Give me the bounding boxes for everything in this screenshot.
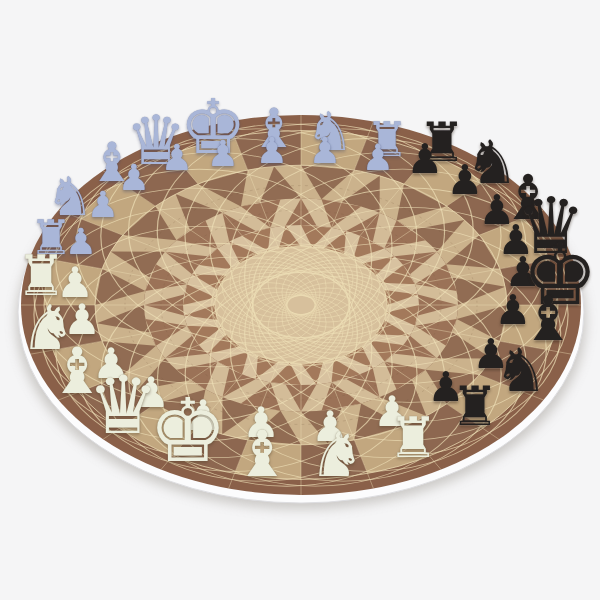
black-pawn[interactable]: ♟	[407, 139, 444, 180]
blue-pawn[interactable]: ♟	[309, 133, 341, 169]
blue-pawn[interactable]: ♟	[65, 224, 97, 260]
blue-pawn[interactable]: ♟	[118, 160, 150, 196]
black-rook[interactable]: ♜	[451, 380, 499, 434]
white-bishop[interactable]: ♝	[233, 422, 290, 486]
black-knight[interactable]: ♞	[494, 340, 548, 400]
blue-pawn[interactable]: ♟	[256, 133, 288, 169]
white-rook[interactable]: ♜	[388, 410, 438, 466]
blue-pawn[interactable]: ♟	[362, 140, 394, 176]
scene: ♝♞♚♜♜♛♟♟♟♟♟♟♝♞♟♟♞♟♝♟♛♜♟♟♟♜♟♚♟♟♝♞♟♟♞♝♟♟♜♟…	[0, 0, 600, 600]
white-king[interactable]: ♚	[149, 387, 228, 475]
pieces-layer: ♝♞♚♜♜♛♟♟♟♟♟♟♝♞♟♟♞♟♝♟♛♜♟♟♟♜♟♚♟♟♝♞♟♟♞♝♟♟♜♟…	[0, 0, 600, 600]
blue-pawn[interactable]: ♟	[207, 136, 239, 172]
white-knight[interactable]: ♞	[309, 424, 365, 486]
blue-pawn[interactable]: ♟	[161, 140, 193, 176]
blue-pawn[interactable]: ♟	[87, 187, 119, 223]
